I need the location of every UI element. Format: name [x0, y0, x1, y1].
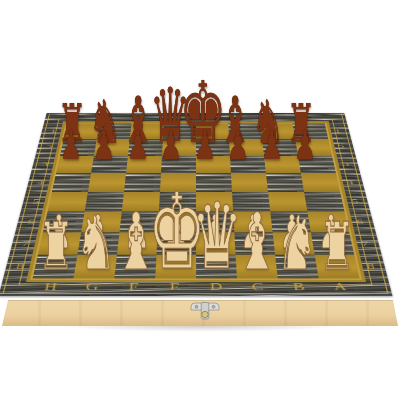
- pieces-layer: ♜♞♝♛♚♝♞♜♟♟♟♟♟♟♟♟♟♟♟♟♟♟♟♟♜♞♝♚♛♝♞♜: [0, 0, 400, 400]
- piece-dark-pawn[interactable]: ♟: [93, 125, 115, 165]
- piece-dark-pawn[interactable]: ♟: [294, 125, 316, 165]
- piece-light-knight[interactable]: ♞: [276, 207, 317, 281]
- piece-dark-pawn[interactable]: ♟: [261, 125, 283, 165]
- piece-light-rook[interactable]: ♜: [38, 214, 74, 280]
- piece-light-bishop[interactable]: ♝: [235, 203, 279, 282]
- chess-set-photo: 12345678 12345678 HGFEDCBA ♜♞♝♛♚♝♞♜♟♟♟♟♟…: [0, 0, 400, 400]
- piece-dark-pawn[interactable]: ♟: [194, 125, 216, 165]
- piece-dark-pawn[interactable]: ♟: [59, 125, 81, 165]
- piece-dark-pawn[interactable]: ♟: [227, 125, 249, 165]
- piece-dark-pawn[interactable]: ♟: [126, 125, 148, 165]
- piece-light-rook[interactable]: ♜: [319, 214, 355, 280]
- piece-light-knight[interactable]: ♞: [75, 207, 116, 281]
- piece-dark-pawn[interactable]: ♟: [160, 125, 182, 165]
